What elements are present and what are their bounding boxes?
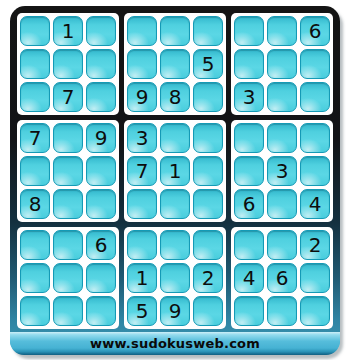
cell-r8c6[interactable]: 2: [193, 263, 223, 293]
cell-r5c4[interactable]: 7: [127, 156, 157, 186]
cell-r6c5[interactable]: [160, 189, 190, 219]
cell-r3c7[interactable]: 3: [234, 82, 264, 112]
cell-r3c5[interactable]: 8: [160, 82, 190, 112]
cell-r6c3[interactable]: [86, 189, 116, 219]
cell-r3c3[interactable]: [86, 82, 116, 112]
cell-r9c6[interactable]: [193, 296, 223, 326]
cell-r6c4[interactable]: [127, 189, 157, 219]
cell-r4c1[interactable]: 7: [20, 123, 50, 153]
cell-r8c8[interactable]: 6: [267, 263, 297, 293]
cell-r3c4[interactable]: 9: [127, 82, 157, 112]
cell-r1c6[interactable]: [193, 16, 223, 46]
cell-r1c1[interactable]: [20, 16, 50, 46]
cell-r3c8[interactable]: [267, 82, 297, 112]
cell-r4c9[interactable]: [300, 123, 330, 153]
footer-bar: www.sudokusweb.com: [10, 332, 340, 355]
cell-r4c3[interactable]: 9: [86, 123, 116, 153]
cell-r1c2[interactable]: 1: [53, 16, 83, 46]
cell-r5c6[interactable]: [193, 156, 223, 186]
cell-r6c7[interactable]: 6: [234, 189, 264, 219]
cell-r1c8[interactable]: [267, 16, 297, 46]
cell-r7c1[interactable]: [20, 230, 50, 260]
cell-r2c7[interactable]: [234, 49, 264, 79]
cell-r3c9[interactable]: [300, 82, 330, 112]
cell-r4c8[interactable]: [267, 123, 297, 153]
cell-r7c9[interactable]: 2: [300, 230, 330, 260]
cell-r2c4[interactable]: [127, 49, 157, 79]
cell-r9c9[interactable]: [300, 296, 330, 326]
cell-r7c4[interactable]: [127, 230, 157, 260]
cell-r9c1[interactable]: [20, 296, 50, 326]
cell-r5c3[interactable]: [86, 156, 116, 186]
cell-r9c3[interactable]: [86, 296, 116, 326]
cell-r4c4[interactable]: 3: [127, 123, 157, 153]
cell-r2c3[interactable]: [86, 49, 116, 79]
cell-r1c9[interactable]: 6: [300, 16, 330, 46]
cell-r3c1[interactable]: [20, 82, 50, 112]
cell-r9c2[interactable]: [53, 296, 83, 326]
cell-r7c6[interactable]: [193, 230, 223, 260]
cell-r4c6[interactable]: [193, 123, 223, 153]
cell-r5c8[interactable]: 3: [267, 156, 297, 186]
box-2-1: 798: [17, 120, 119, 222]
cell-r8c1[interactable]: [20, 263, 50, 293]
cell-r7c8[interactable]: [267, 230, 297, 260]
cell-r2c5[interactable]: [160, 49, 190, 79]
cell-r9c4[interactable]: 5: [127, 296, 157, 326]
cell-r1c5[interactable]: [160, 16, 190, 46]
cell-r7c3[interactable]: 6: [86, 230, 116, 260]
box-1-2: 598: [124, 13, 226, 115]
cell-r2c9[interactable]: [300, 49, 330, 79]
cell-r3c6[interactable]: [193, 82, 223, 112]
cell-r2c2[interactable]: [53, 49, 83, 79]
cell-r5c2[interactable]: [53, 156, 83, 186]
cell-r6c6[interactable]: [193, 189, 223, 219]
cell-r4c5[interactable]: [160, 123, 190, 153]
cell-r5c5[interactable]: 1: [160, 156, 190, 186]
box-1-1: 17: [17, 13, 119, 115]
box-3-3: 246: [231, 227, 333, 329]
cell-r9c8[interactable]: [267, 296, 297, 326]
cell-r5c7[interactable]: [234, 156, 264, 186]
cell-r8c5[interactable]: [160, 263, 190, 293]
cell-r6c9[interactable]: 4: [300, 189, 330, 219]
cell-r8c2[interactable]: [53, 263, 83, 293]
cell-r4c7[interactable]: [234, 123, 264, 153]
cell-r1c3[interactable]: [86, 16, 116, 46]
sudoku-board-frame: 175986379837136461259246 www.sudokusweb.…: [10, 6, 340, 355]
cell-r1c4[interactable]: [127, 16, 157, 46]
box-2-3: 364: [231, 120, 333, 222]
cell-r7c2[interactable]: [53, 230, 83, 260]
cell-r6c1[interactable]: 8: [20, 189, 50, 219]
box-2-2: 371: [124, 120, 226, 222]
cell-r8c7[interactable]: 4: [234, 263, 264, 293]
cell-r7c5[interactable]: [160, 230, 190, 260]
cell-r9c7[interactable]: [234, 296, 264, 326]
site-url-link[interactable]: www.sudokusweb.com: [90, 336, 260, 351]
cell-r4c2[interactable]: [53, 123, 83, 153]
cell-r9c5[interactable]: 9: [160, 296, 190, 326]
cell-r2c8[interactable]: [267, 49, 297, 79]
box-3-1: 6: [17, 227, 119, 329]
box-3-2: 1259: [124, 227, 226, 329]
sudoku-board: 175986379837136461259246: [17, 13, 333, 329]
cell-r2c6[interactable]: 5: [193, 49, 223, 79]
cell-r8c9[interactable]: [300, 263, 330, 293]
cell-r6c2[interactable]: [53, 189, 83, 219]
cell-r2c1[interactable]: [20, 49, 50, 79]
cell-r7c7[interactable]: [234, 230, 264, 260]
cell-r8c4[interactable]: 1: [127, 263, 157, 293]
cell-r1c7[interactable]: [234, 16, 264, 46]
cell-r5c9[interactable]: [300, 156, 330, 186]
box-1-3: 63: [231, 13, 333, 115]
cell-r6c8[interactable]: [267, 189, 297, 219]
cell-r5c1[interactable]: [20, 156, 50, 186]
cell-r8c3[interactable]: [86, 263, 116, 293]
cell-r3c2[interactable]: 7: [53, 82, 83, 112]
